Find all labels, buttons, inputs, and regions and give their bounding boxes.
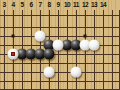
star-point bbox=[12, 35, 15, 38]
black-stone[interactable] bbox=[44, 49, 55, 60]
white-stone[interactable] bbox=[35, 31, 46, 42]
column-label: 7 bbox=[38, 1, 41, 9]
grid-line-vertical bbox=[119, 10, 120, 90]
column-label: 13 bbox=[91, 1, 97, 9]
white-stone[interactable] bbox=[44, 67, 55, 78]
column-label: 5 bbox=[20, 1, 23, 9]
column-label: 10 bbox=[64, 1, 70, 9]
column-label: 9 bbox=[56, 1, 59, 9]
column-label: 4 bbox=[11, 1, 14, 9]
column-label: 8 bbox=[47, 1, 50, 9]
grid-line-vertical bbox=[112, 10, 113, 90]
gomoku-board[interactable]: 34567891011121314 bbox=[0, 0, 120, 90]
white-stone[interactable] bbox=[71, 67, 82, 78]
column-label: 6 bbox=[29, 1, 32, 9]
column-label: 11 bbox=[73, 1, 79, 9]
white-stone[interactable] bbox=[89, 40, 100, 51]
white-stone[interactable] bbox=[53, 40, 64, 51]
column-label: 14 bbox=[100, 1, 106, 9]
column-label: 12 bbox=[82, 1, 88, 9]
column-label: 3 bbox=[2, 1, 5, 9]
grid-line-vertical bbox=[4, 10, 5, 90]
last-move-marker bbox=[11, 52, 15, 56]
grid-line-vertical bbox=[103, 10, 104, 90]
star-point bbox=[84, 35, 87, 38]
